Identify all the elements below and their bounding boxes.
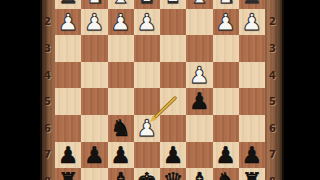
square-h7[interactable]: ♟	[55, 142, 81, 169]
white-king[interactable]: ♚	[134, 0, 160, 9]
square-c1[interactable]: ♝	[186, 0, 212, 9]
rank-label-6: 6	[265, 115, 280, 142]
rank-label-7: 7	[265, 142, 280, 169]
square-b7[interactable]: ♟	[213, 142, 239, 169]
square-b8[interactable]: ♞	[213, 168, 239, 180]
black-pawn[interactable]: ♟	[186, 88, 212, 115]
square-e8[interactable]: ♚	[134, 168, 160, 180]
square-h4[interactable]	[55, 62, 81, 89]
square-a2[interactable]: ♟	[239, 9, 265, 36]
square-e6[interactable]: ♟	[134, 115, 160, 142]
square-c6[interactable]	[186, 115, 212, 142]
square-g5[interactable]	[81, 88, 107, 115]
square-e5[interactable]	[134, 88, 160, 115]
black-pawn[interactable]: ♟	[239, 142, 265, 169]
rank-label-4: 4	[40, 62, 55, 89]
white-pawn[interactable]: ♟	[213, 9, 239, 36]
square-e7[interactable]	[134, 142, 160, 169]
square-e3[interactable]	[134, 35, 160, 62]
rank-label-3: 3	[40, 35, 55, 62]
square-a5[interactable]	[239, 88, 265, 115]
black-knight[interactable]: ♞	[108, 115, 134, 142]
square-f4[interactable]	[108, 62, 134, 89]
white-bishop[interactable]: ♝	[108, 0, 134, 9]
square-g6[interactable]	[81, 115, 107, 142]
rank-label-7: 7	[40, 142, 55, 169]
white-pawn[interactable]: ♟	[108, 9, 134, 36]
square-a8[interactable]: ♜	[239, 168, 265, 180]
square-e4[interactable]	[134, 62, 160, 89]
rank-label-3: 3	[265, 35, 280, 62]
black-rook[interactable]: ♜	[55, 168, 81, 180]
white-rook[interactable]: ♜	[55, 0, 81, 9]
square-f5[interactable]	[108, 88, 134, 115]
black-bishop[interactable]: ♝	[108, 168, 134, 180]
square-d5[interactable]	[160, 88, 186, 115]
square-c3[interactable]	[186, 35, 212, 62]
white-pawn[interactable]: ♟	[239, 9, 265, 36]
rank-label-6: 6	[40, 115, 55, 142]
square-f7[interactable]: ♟	[108, 142, 134, 169]
white-pawn[interactable]: ♟	[81, 9, 107, 36]
black-pawn[interactable]: ♟	[81, 142, 107, 169]
white-pawn[interactable]: ♟	[134, 115, 160, 142]
square-d2[interactable]	[160, 9, 186, 36]
black-bishop[interactable]: ♝	[186, 168, 212, 180]
square-b3[interactable]	[213, 35, 239, 62]
rank-label-5: 5	[265, 88, 280, 115]
white-knight[interactable]: ♞	[213, 0, 239, 9]
black-knight[interactable]: ♞	[213, 168, 239, 180]
square-d4[interactable]	[160, 62, 186, 89]
square-f1[interactable]: ♝	[108, 0, 134, 9]
white-queen[interactable]: ♛	[160, 0, 186, 9]
chess-board-screenshot: ♜♞♝♚♛♝♞♜♟♟♟♟♟♟♟♟♞♟♟♟♟♟♟♟♜♝♚♛♝♞♜ 12345678…	[0, 0, 320, 180]
square-h8[interactable]: ♜	[55, 168, 81, 180]
white-knight[interactable]: ♞	[81, 0, 107, 9]
square-c2[interactable]	[186, 9, 212, 36]
rank-label-5: 5	[40, 88, 55, 115]
black-pawn[interactable]: ♟	[213, 142, 239, 169]
board-grid[interactable]: ♜♞♝♚♛♝♞♜♟♟♟♟♟♟♟♟♞♟♟♟♟♟♟♟♜♝♚♛♝♞♜	[55, 0, 265, 180]
square-h5[interactable]	[55, 88, 81, 115]
square-g1[interactable]: ♞	[81, 0, 107, 9]
square-a3[interactable]	[239, 35, 265, 62]
square-e2[interactable]: ♟	[134, 9, 160, 36]
square-h3[interactable]	[55, 35, 81, 62]
square-g8[interactable]	[81, 168, 107, 180]
square-c5[interactable]: ♟	[186, 88, 212, 115]
square-b2[interactable]: ♟	[213, 9, 239, 36]
square-a6[interactable]	[239, 115, 265, 142]
square-d8[interactable]: ♛	[160, 168, 186, 180]
square-f6[interactable]: ♞	[108, 115, 134, 142]
white-pawn[interactable]: ♟	[55, 9, 81, 36]
square-f8[interactable]: ♝	[108, 168, 134, 180]
black-pawn[interactable]: ♟	[55, 142, 81, 169]
rank-label-2: 2	[265, 9, 280, 36]
square-d7[interactable]: ♟	[160, 142, 186, 169]
square-b4[interactable]	[213, 62, 239, 89]
square-h2[interactable]: ♟	[55, 9, 81, 36]
black-rook[interactable]: ♜	[239, 168, 265, 180]
black-pawn[interactable]: ♟	[160, 142, 186, 169]
rank-label-1: 1	[40, 0, 55, 9]
square-a4[interactable]	[239, 62, 265, 89]
square-c8[interactable]: ♝	[186, 168, 212, 180]
rank-label-8: 8	[40, 168, 55, 180]
black-king[interactable]: ♚	[134, 168, 160, 180]
black-queen[interactable]: ♛	[160, 168, 186, 180]
square-d3[interactable]	[160, 35, 186, 62]
square-a7[interactable]: ♟	[239, 142, 265, 169]
white-pawn[interactable]: ♟	[186, 62, 212, 89]
square-d1[interactable]: ♛	[160, 0, 186, 9]
square-g7[interactable]: ♟	[81, 142, 107, 169]
square-c4[interactable]: ♟	[186, 62, 212, 89]
square-g2[interactable]: ♟	[81, 9, 107, 36]
square-c7[interactable]	[186, 142, 212, 169]
rank-label-4: 4	[265, 62, 280, 89]
black-pawn[interactable]: ♟	[108, 142, 134, 169]
square-f3[interactable]	[108, 35, 134, 62]
square-b1[interactable]: ♞	[213, 0, 239, 9]
square-b6[interactable]	[213, 115, 239, 142]
square-e1[interactable]: ♚	[134, 0, 160, 9]
square-h6[interactable]	[55, 115, 81, 142]
white-bishop[interactable]: ♝	[186, 0, 212, 9]
square-g4[interactable]	[81, 62, 107, 89]
rank-label-1: 1	[265, 0, 280, 9]
square-a1[interactable]: ♜	[239, 0, 265, 9]
white-rook[interactable]: ♜	[239, 0, 265, 9]
square-f2[interactable]: ♟	[108, 9, 134, 36]
white-pawn[interactable]: ♟	[134, 9, 160, 36]
square-b5[interactable]	[213, 88, 239, 115]
rank-label-8: 8	[265, 168, 280, 180]
rank-label-2: 2	[40, 9, 55, 36]
square-d6[interactable]	[160, 115, 186, 142]
square-h1[interactable]: ♜	[55, 0, 81, 9]
square-g3[interactable]	[81, 35, 107, 62]
